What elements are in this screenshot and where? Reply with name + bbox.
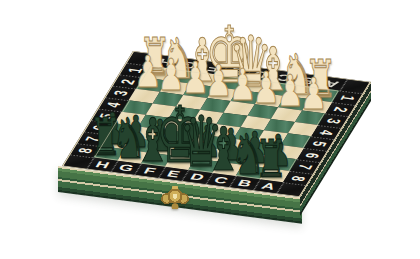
coordinate-label: H: [157, 56, 176, 67]
frame-corner: [276, 182, 305, 196]
coordinate-label: B: [236, 177, 255, 188]
brass-clasp-icon: [161, 186, 189, 209]
coordinate-label: 7: [293, 163, 316, 170]
coordinate-label: 7: [81, 136, 104, 143]
coordinate-label: 3: [109, 90, 132, 97]
coordinate-label: D: [251, 69, 270, 80]
chess-set-photo: HGFEDCBA1♜♞♝♚♛♝♞♜12♟♟♟♟♟♟♟♟2334455667♟♟♟…: [0, 0, 420, 259]
coordinate-label: 5: [307, 140, 330, 147]
coordinate-label: 2: [116, 78, 139, 85]
coordinate-label: 8: [286, 175, 309, 182]
coordinate-label: 5: [95, 113, 118, 120]
coordinate-label: C: [212, 174, 231, 185]
coordinate-label: 3: [321, 117, 344, 124]
coordinate-label: 4: [314, 129, 337, 136]
coordinate-label: G: [116, 162, 136, 174]
coordinate-label: B: [299, 75, 318, 86]
coordinate-label: E: [228, 66, 246, 77]
coordinate-label: A: [259, 181, 278, 192]
coordinate-label: E: [165, 168, 183, 179]
coordinate-label: F: [205, 63, 222, 74]
coordinate-label: C: [275, 72, 294, 83]
coordinate-label: 8: [74, 147, 97, 154]
coordinate-label: 6: [88, 124, 111, 131]
coordinate-label: A: [323, 78, 342, 89]
coordinate-label: F: [142, 165, 159, 176]
coordinate-label: 6: [300, 152, 323, 159]
coordinate-label: 2: [329, 106, 352, 113]
coordinate-label: D: [188, 171, 207, 182]
coordinate-label: 1: [123, 67, 146, 74]
coordinate-label: H: [93, 159, 112, 170]
coordinate-label: 4: [102, 101, 125, 108]
coordinate-label: 1: [336, 94, 359, 101]
